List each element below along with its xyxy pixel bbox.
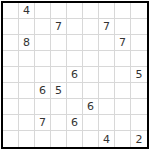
cell-r9c3[interactable] bbox=[35, 131, 51, 147]
cell-r5c2[interactable] bbox=[19, 67, 35, 83]
clue-cell-r6c4[interactable]: 5 bbox=[51, 83, 67, 99]
cell-r4c2[interactable] bbox=[19, 51, 35, 67]
cell-r1c8[interactable] bbox=[115, 3, 131, 19]
clue-cell-r5c5[interactable]: 6 bbox=[67, 67, 83, 83]
cell-r5c1[interactable] bbox=[3, 67, 19, 83]
clue-cell-r8c3[interactable]: 7 bbox=[35, 115, 51, 131]
cell-r9c8[interactable] bbox=[115, 131, 131, 147]
cell-r3c7[interactable] bbox=[99, 35, 115, 51]
cell-r7c9[interactable] bbox=[131, 99, 147, 115]
cell-r6c1[interactable] bbox=[3, 83, 19, 99]
clue-cell-r3c8[interactable]: 7 bbox=[115, 35, 131, 51]
cell-r3c9[interactable] bbox=[131, 35, 147, 51]
cell-r3c3[interactable] bbox=[35, 35, 51, 51]
cell-r8c4[interactable] bbox=[51, 115, 67, 131]
cell-r2c2[interactable] bbox=[19, 19, 35, 35]
cell-r1c3[interactable] bbox=[35, 3, 51, 19]
cell-r3c6[interactable] bbox=[83, 35, 99, 51]
cell-r6c9[interactable] bbox=[131, 83, 147, 99]
cell-r6c6[interactable] bbox=[83, 83, 99, 99]
cell-r6c7[interactable] bbox=[99, 83, 115, 99]
cell-r1c9[interactable] bbox=[131, 3, 147, 19]
cell-r1c6[interactable] bbox=[83, 3, 99, 19]
cell-r7c8[interactable] bbox=[115, 99, 131, 115]
cell-r4c9[interactable] bbox=[131, 51, 147, 67]
cell-r7c3[interactable] bbox=[35, 99, 51, 115]
cell-r4c7[interactable] bbox=[99, 51, 115, 67]
cell-r4c5[interactable] bbox=[67, 51, 83, 67]
cell-r8c6[interactable] bbox=[83, 115, 99, 131]
cell-r4c3[interactable] bbox=[35, 51, 51, 67]
cell-r2c1[interactable] bbox=[3, 19, 19, 35]
cell-r4c8[interactable] bbox=[115, 51, 131, 67]
cell-r8c9[interactable] bbox=[131, 115, 147, 131]
cell-r6c2[interactable] bbox=[19, 83, 35, 99]
clue-cell-r2c4[interactable]: 7 bbox=[51, 19, 67, 35]
clue-cell-r5c9[interactable]: 5 bbox=[131, 67, 147, 83]
cell-r4c4[interactable] bbox=[51, 51, 67, 67]
clue-cell-r7c6[interactable]: 6 bbox=[83, 99, 99, 115]
cell-r8c7[interactable] bbox=[99, 115, 115, 131]
puzzle-board: 47787656567642 bbox=[1, 1, 149, 149]
cell-r2c3[interactable] bbox=[35, 19, 51, 35]
clue-cell-r3c2[interactable]: 8 bbox=[19, 35, 35, 51]
cell-r2c5[interactable] bbox=[67, 19, 83, 35]
cell-r8c1[interactable] bbox=[3, 115, 19, 131]
cell-r5c3[interactable] bbox=[35, 67, 51, 83]
cell-r9c2[interactable] bbox=[19, 131, 35, 147]
cell-r9c6[interactable] bbox=[83, 131, 99, 147]
cell-r6c5[interactable] bbox=[67, 83, 83, 99]
clue-cell-r1c2[interactable]: 4 bbox=[19, 3, 35, 19]
cell-r2c9[interactable] bbox=[131, 19, 147, 35]
cell-r1c4[interactable] bbox=[51, 3, 67, 19]
cell-r1c1[interactable] bbox=[3, 3, 19, 19]
cell-r2c8[interactable] bbox=[115, 19, 131, 35]
cell-r1c7[interactable] bbox=[99, 3, 115, 19]
cell-r8c8[interactable] bbox=[115, 115, 131, 131]
cell-r1c5[interactable] bbox=[67, 3, 83, 19]
cell-r9c4[interactable] bbox=[51, 131, 67, 147]
cell-r8c2[interactable] bbox=[19, 115, 35, 131]
clue-cell-r9c9[interactable]: 2 bbox=[131, 131, 147, 147]
cell-r9c5[interactable] bbox=[67, 131, 83, 147]
cell-r7c2[interactable] bbox=[19, 99, 35, 115]
cell-r3c4[interactable] bbox=[51, 35, 67, 51]
cell-r2c6[interactable] bbox=[83, 19, 99, 35]
cell-r5c6[interactable] bbox=[83, 67, 99, 83]
cell-r7c1[interactable] bbox=[3, 99, 19, 115]
cell-r4c6[interactable] bbox=[83, 51, 99, 67]
cell-r7c7[interactable] bbox=[99, 99, 115, 115]
cell-r9c1[interactable] bbox=[3, 131, 19, 147]
cell-r4c1[interactable] bbox=[3, 51, 19, 67]
clue-cell-r2c7[interactable]: 7 bbox=[99, 19, 115, 35]
cell-r5c7[interactable] bbox=[99, 67, 115, 83]
cell-r7c5[interactable] bbox=[67, 99, 83, 115]
clue-cell-r6c3[interactable]: 6 bbox=[35, 83, 51, 99]
cell-r3c1[interactable] bbox=[3, 35, 19, 51]
cell-r7c4[interactable] bbox=[51, 99, 67, 115]
cell-r5c8[interactable] bbox=[115, 67, 131, 83]
clue-cell-r8c5[interactable]: 6 bbox=[67, 115, 83, 131]
cell-r5c4[interactable] bbox=[51, 67, 67, 83]
cell-r6c8[interactable] bbox=[115, 83, 131, 99]
cell-r3c5[interactable] bbox=[67, 35, 83, 51]
page-background: 47787656567642 bbox=[0, 0, 150, 150]
clue-cell-r9c7[interactable]: 4 bbox=[99, 131, 115, 147]
